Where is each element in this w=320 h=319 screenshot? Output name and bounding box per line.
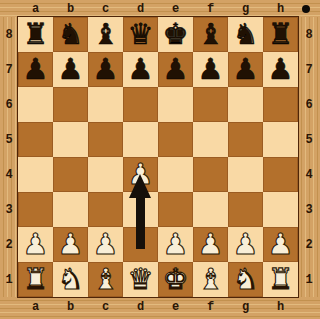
file-label-top-a: a (18, 1, 53, 17)
file-labels-bottom: abcdefgh (18, 299, 298, 315)
square-a6[interactable] (18, 87, 53, 122)
piece-black-pawn[interactable]: ♟ (158, 52, 193, 87)
rank-label-right-8: 8 (298, 17, 320, 52)
piece-white-knight[interactable]: ♞ (53, 262, 88, 297)
file-label-top-b: b (53, 1, 88, 17)
rank-labels-left: 87654321 (0, 17, 18, 297)
square-a5[interactable] (18, 122, 53, 157)
rank-label-right-7: 7 (298, 52, 320, 87)
rank-label-right-1: 1 (298, 262, 320, 297)
piece-white-rook[interactable]: ♜ (18, 262, 53, 297)
square-h3[interactable] (263, 192, 298, 227)
rank-label-left-6: 6 (0, 87, 18, 122)
square-g7[interactable]: ♟ (228, 52, 263, 87)
rank-label-left-2: 2 (0, 227, 18, 262)
square-a3[interactable] (18, 192, 53, 227)
rank-label-left-4: 4 (0, 157, 18, 192)
piece-white-pawn[interactable]: ♟ (18, 227, 53, 262)
chess-app-window: abcdefgh abcdefgh 87654321 87654321 ♜♞♝♛… (0, 0, 320, 319)
square-f3[interactable] (193, 192, 228, 227)
square-c4[interactable] (88, 157, 123, 192)
piece-black-rook[interactable]: ♜ (263, 17, 298, 52)
piece-black-pawn[interactable]: ♟ (263, 52, 298, 87)
file-label-bottom-f: f (193, 299, 228, 315)
file-label-bottom-g: g (228, 299, 263, 315)
square-h7[interactable]: ♟ (263, 52, 298, 87)
square-a8[interactable]: ♜ (18, 17, 53, 52)
square-b7[interactable]: ♟ (53, 52, 88, 87)
square-g4[interactable] (228, 157, 263, 192)
piece-white-bishop[interactable]: ♝ (88, 262, 123, 297)
square-f2[interactable]: ♟ (193, 227, 228, 262)
square-c6[interactable] (88, 87, 123, 122)
square-g2[interactable]: ♟ (228, 227, 263, 262)
file-label-top-f: f (193, 1, 228, 17)
black-to-move-indicator-dot (302, 5, 310, 13)
piece-black-knight[interactable]: ♞ (228, 17, 263, 52)
square-d8[interactable]: ♛ (123, 17, 158, 52)
square-h8[interactable]: ♜ (263, 17, 298, 52)
square-g5[interactable] (228, 122, 263, 157)
square-d6[interactable] (123, 87, 158, 122)
file-labels-top: abcdefgh (18, 1, 298, 17)
square-e2[interactable]: ♟ (158, 227, 193, 262)
piece-black-knight[interactable]: ♞ (53, 17, 88, 52)
file-label-bottom-a: a (18, 299, 53, 315)
piece-white-pawn[interactable]: ♟ (88, 227, 123, 262)
piece-black-pawn[interactable]: ♟ (228, 52, 263, 87)
last-move-arrow-head (129, 174, 151, 198)
piece-white-pawn[interactable]: ♟ (228, 227, 263, 262)
square-f6[interactable] (193, 87, 228, 122)
piece-white-pawn[interactable]: ♟ (263, 227, 298, 262)
piece-black-bishop[interactable]: ♝ (193, 17, 228, 52)
piece-black-pawn[interactable]: ♟ (53, 52, 88, 87)
piece-black-pawn[interactable]: ♟ (123, 52, 158, 87)
piece-black-bishop[interactable]: ♝ (88, 17, 123, 52)
piece-white-queen[interactable]: ♛ (123, 262, 158, 297)
square-g8[interactable]: ♞ (228, 17, 263, 52)
piece-black-queen[interactable]: ♛ (123, 17, 158, 52)
rank-label-left-1: 1 (0, 262, 18, 297)
square-e4[interactable] (158, 157, 193, 192)
square-a1[interactable]: ♜ (18, 262, 53, 297)
square-f5[interactable] (193, 122, 228, 157)
square-a7[interactable]: ♟ (18, 52, 53, 87)
square-c7[interactable]: ♟ (88, 52, 123, 87)
square-h1[interactable]: ♜ (263, 262, 298, 297)
square-f7[interactable]: ♟ (193, 52, 228, 87)
rank-label-right-5: 5 (298, 122, 320, 157)
square-e3[interactable] (158, 192, 193, 227)
rank-label-left-8: 8 (0, 17, 18, 52)
square-b3[interactable] (53, 192, 88, 227)
file-label-top-e: e (158, 1, 193, 17)
piece-white-pawn[interactable]: ♟ (53, 227, 88, 262)
file-label-bottom-h: h (263, 299, 298, 315)
square-c1[interactable]: ♝ (88, 262, 123, 297)
piece-black-rook[interactable]: ♜ (18, 17, 53, 52)
last-move-arrow-tail (136, 196, 145, 249)
file-label-top-c: c (88, 1, 123, 17)
rank-label-left-5: 5 (0, 122, 18, 157)
square-h6[interactable] (263, 87, 298, 122)
piece-white-rook[interactable]: ♜ (263, 262, 298, 297)
rank-label-right-6: 6 (298, 87, 320, 122)
square-b5[interactable] (53, 122, 88, 157)
file-label-top-d: d (123, 1, 158, 17)
piece-white-pawn[interactable]: ♟ (158, 227, 193, 262)
rank-label-left-3: 3 (0, 192, 18, 227)
piece-black-pawn[interactable]: ♟ (193, 52, 228, 87)
piece-white-knight[interactable]: ♞ (228, 262, 263, 297)
square-c5[interactable] (88, 122, 123, 157)
piece-black-pawn[interactable]: ♟ (18, 52, 53, 87)
square-g1[interactable]: ♞ (228, 262, 263, 297)
square-a4[interactable] (18, 157, 53, 192)
square-b1[interactable]: ♞ (53, 262, 88, 297)
square-b2[interactable]: ♟ (53, 227, 88, 262)
board: ♜♞♝♛♚♝♞♜♟♟♟♟♟♟♟♟♟♟♟♟♟♟♟♟♜♞♝♛♚♝♞♜ (18, 17, 298, 297)
square-h2[interactable]: ♟ (263, 227, 298, 262)
square-f1[interactable]: ♝ (193, 262, 228, 297)
square-h5[interactable] (263, 122, 298, 157)
square-d7[interactable]: ♟ (123, 52, 158, 87)
piece-white-pawn[interactable]: ♟ (193, 227, 228, 262)
square-a2[interactable]: ♟ (18, 227, 53, 262)
piece-white-king[interactable]: ♚ (158, 262, 193, 297)
square-b6[interactable] (53, 87, 88, 122)
square-f4[interactable] (193, 157, 228, 192)
piece-black-king[interactable]: ♚ (158, 17, 193, 52)
file-label-top-h: h (263, 1, 298, 17)
piece-white-bishop[interactable]: ♝ (193, 262, 228, 297)
square-c8[interactable]: ♝ (88, 17, 123, 52)
file-label-top-g: g (228, 1, 263, 17)
square-b4[interactable] (53, 157, 88, 192)
square-g6[interactable] (228, 87, 263, 122)
file-label-bottom-c: c (88, 299, 123, 315)
file-label-bottom-b: b (53, 299, 88, 315)
rank-labels-right: 87654321 (298, 17, 320, 297)
square-c3[interactable] (88, 192, 123, 227)
file-label-bottom-d: d (123, 299, 158, 315)
square-b8[interactable]: ♞ (53, 17, 88, 52)
rank-label-left-7: 7 (0, 52, 18, 87)
square-c2[interactable]: ♟ (88, 227, 123, 262)
rank-label-right-4: 4 (298, 157, 320, 192)
square-d5[interactable] (123, 122, 158, 157)
square-e7[interactable]: ♟ (158, 52, 193, 87)
piece-black-pawn[interactable]: ♟ (88, 52, 123, 87)
file-label-bottom-e: e (158, 299, 193, 315)
square-h4[interactable] (263, 157, 298, 192)
square-e1[interactable]: ♚ (158, 262, 193, 297)
square-g3[interactable] (228, 192, 263, 227)
rank-label-right-2: 2 (298, 227, 320, 262)
square-e6[interactable] (158, 87, 193, 122)
square-d1[interactable]: ♛ (123, 262, 158, 297)
square-e8[interactable]: ♚ (158, 17, 193, 52)
square-f8[interactable]: ♝ (193, 17, 228, 52)
rank-label-right-3: 3 (298, 192, 320, 227)
square-e5[interactable] (158, 122, 193, 157)
